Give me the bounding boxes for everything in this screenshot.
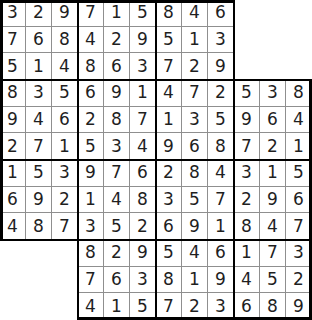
box-border-line xyxy=(0,0,234,3)
cell-r5c4[interactable]: 2 xyxy=(78,107,104,134)
cell-r2c6[interactable]: 9 xyxy=(130,27,156,54)
outside-area xyxy=(52,267,78,294)
cell-r6c9[interactable]: 8 xyxy=(208,133,234,160)
cell-r7c3[interactable]: 3 xyxy=(52,160,78,187)
cell-r11c5[interactable]: 6 xyxy=(104,267,130,294)
cell-r7c7[interactable]: 2 xyxy=(156,160,182,187)
cell-r11c7[interactable]: 8 xyxy=(156,267,182,294)
cell-r12c5[interactable]: 1 xyxy=(104,293,130,320)
cell-r7c2[interactable]: 5 xyxy=(26,160,52,187)
cell-r6c10[interactable]: 7 xyxy=(234,133,260,160)
cell-r6c8[interactable]: 6 xyxy=(182,133,208,160)
cell-r7c4[interactable]: 9 xyxy=(78,160,104,187)
outside-area xyxy=(234,53,260,80)
cell-r10c11[interactable]: 7 xyxy=(260,240,286,267)
cell-r9c11[interactable]: 4 xyxy=(260,213,286,240)
outside-area xyxy=(0,293,26,320)
cell-r4c3[interactable]: 5 xyxy=(52,80,78,107)
cell-r11c10[interactable]: 4 xyxy=(234,267,260,294)
cell-r2c1[interactable]: 7 xyxy=(0,27,26,54)
cell-r1c9[interactable]: 6 xyxy=(208,0,234,27)
cell-r6c11[interactable]: 2 xyxy=(260,133,286,160)
cell-r5c11[interactable]: 6 xyxy=(260,107,286,134)
cell-r10c10[interactable]: 1 xyxy=(234,240,260,267)
twodoku-board: 3297158467684295135148637298356914725389… xyxy=(0,0,312,320)
cell-r7c6[interactable]: 6 xyxy=(130,160,156,187)
cell-r2c5[interactable]: 2 xyxy=(104,27,130,54)
box-border-line xyxy=(77,0,79,320)
cell-r4c5[interactable]: 9 xyxy=(104,80,130,107)
cell-r6c2[interactable]: 7 xyxy=(26,133,52,160)
cell-r4c6[interactable]: 1 xyxy=(130,80,156,107)
cell-r8c7[interactable]: 3 xyxy=(156,187,182,214)
outside-area xyxy=(234,0,260,27)
cell-r6c5[interactable]: 3 xyxy=(104,133,130,160)
cell-r4c9[interactable]: 2 xyxy=(208,80,234,107)
cell-r6c3[interactable]: 1 xyxy=(52,133,78,160)
outside-area xyxy=(260,27,286,54)
cell-r2c3[interactable]: 8 xyxy=(52,27,78,54)
box-border-line xyxy=(155,0,157,320)
cell-r9c3[interactable]: 7 xyxy=(52,213,78,240)
cell-r5c9[interactable]: 5 xyxy=(208,107,234,134)
cell-r5c8[interactable]: 3 xyxy=(182,107,208,134)
cell-r3c3[interactable]: 4 xyxy=(52,53,78,80)
cell-r3c8[interactable]: 2 xyxy=(182,53,208,80)
outside-area xyxy=(286,53,312,80)
cell-r3c6[interactable]: 3 xyxy=(130,53,156,80)
cell-r11c9[interactable]: 9 xyxy=(208,267,234,294)
cell-r5c1[interactable]: 9 xyxy=(0,107,26,134)
cell-r5c6[interactable]: 7 xyxy=(130,107,156,134)
cell-r6c4[interactable]: 5 xyxy=(78,133,104,160)
cell-r3c9[interactable]: 9 xyxy=(208,53,234,80)
outside-area xyxy=(260,53,286,80)
cell-r2c4[interactable]: 4 xyxy=(78,27,104,54)
cell-r9c5[interactable]: 5 xyxy=(104,213,130,240)
cell-r1c6[interactable]: 5 xyxy=(130,0,156,27)
cell-r3c7[interactable]: 7 xyxy=(156,53,182,80)
cell-r9c1[interactable]: 4 xyxy=(0,213,26,240)
cell-r5c10[interactable]: 9 xyxy=(234,107,260,134)
box-border-line xyxy=(309,80,312,320)
cell-r5c3[interactable]: 6 xyxy=(52,107,78,134)
cell-r4c2[interactable]: 3 xyxy=(26,80,52,107)
cell-r9c10[interactable]: 8 xyxy=(234,213,260,240)
cell-r8c9[interactable]: 7 xyxy=(208,187,234,214)
outside-area xyxy=(0,267,26,294)
cell-r2c7[interactable]: 5 xyxy=(156,27,182,54)
cell-r7c5[interactable]: 7 xyxy=(104,160,130,187)
outside-area xyxy=(26,240,52,267)
cell-r12c6[interactable]: 5 xyxy=(130,293,156,320)
cell-r1c8[interactable]: 4 xyxy=(182,0,208,27)
cell-r8c4[interactable]: 1 xyxy=(78,187,104,214)
cell-r9c4[interactable]: 3 xyxy=(78,213,104,240)
cell-r3c1[interactable]: 5 xyxy=(0,53,26,80)
cell-r1c2[interactable]: 2 xyxy=(26,0,52,27)
cell-r9c8[interactable]: 9 xyxy=(182,213,208,240)
cell-r4c11[interactable]: 3 xyxy=(260,80,286,107)
cell-r10c5[interactable]: 2 xyxy=(104,240,130,267)
cell-r8c6[interactable]: 8 xyxy=(130,187,156,214)
cell-r12c10[interactable]: 6 xyxy=(234,293,260,320)
cell-r2c8[interactable]: 1 xyxy=(182,27,208,54)
cell-r12c9[interactable]: 3 xyxy=(208,293,234,320)
outside-area xyxy=(26,267,52,294)
cell-r11c4[interactable]: 7 xyxy=(78,267,104,294)
cell-r5c7[interactable]: 1 xyxy=(156,107,182,134)
cell-r12c7[interactable]: 7 xyxy=(156,293,182,320)
cell-r1c4[interactable]: 7 xyxy=(78,0,104,27)
cell-r11c8[interactable]: 1 xyxy=(182,267,208,294)
cell-r6c7[interactable]: 9 xyxy=(156,133,182,160)
cell-r3c2[interactable]: 1 xyxy=(26,53,52,80)
cell-r7c9[interactable]: 4 xyxy=(208,160,234,187)
cell-r3c4[interactable]: 8 xyxy=(78,53,104,80)
cell-r1c3[interactable]: 9 xyxy=(52,0,78,27)
outside-area xyxy=(234,27,260,54)
cell-r8c1[interactable]: 6 xyxy=(0,187,26,214)
cell-r12c4[interactable]: 4 xyxy=(78,293,104,320)
cell-r10c9[interactable]: 6 xyxy=(208,240,234,267)
cell-r8c8[interactable]: 5 xyxy=(182,187,208,214)
cell-r12c8[interactable]: 2 xyxy=(182,293,208,320)
cell-r11c6[interactable]: 3 xyxy=(130,267,156,294)
cell-r10c7[interactable]: 5 xyxy=(156,240,182,267)
cell-r8c3[interactable]: 2 xyxy=(52,187,78,214)
cell-r2c2[interactable]: 6 xyxy=(26,27,52,54)
cell-r6c1[interactable]: 2 xyxy=(0,133,26,160)
cell-r10c4[interactable]: 8 xyxy=(78,240,104,267)
cell-r12c11[interactable]: 8 xyxy=(260,293,286,320)
cell-r9c6[interactable]: 2 xyxy=(130,213,156,240)
outside-area xyxy=(260,0,286,27)
cell-r11c11[interactable]: 5 xyxy=(260,267,286,294)
cell-r7c11[interactable]: 1 xyxy=(260,160,286,187)
cell-r1c7[interactable]: 8 xyxy=(156,0,182,27)
cell-r9c2[interactable]: 8 xyxy=(26,213,52,240)
cell-r9c7[interactable]: 6 xyxy=(156,213,182,240)
cell-r10c8[interactable]: 4 xyxy=(182,240,208,267)
cell-r10c6[interactable]: 9 xyxy=(130,240,156,267)
cell-r4c10[interactable]: 5 xyxy=(234,80,260,107)
cell-r5c5[interactable]: 8 xyxy=(104,107,130,134)
outside-area xyxy=(52,293,78,320)
outside-area xyxy=(26,293,52,320)
cell-r2c9[interactable]: 3 xyxy=(208,27,234,54)
cell-r7c1[interactable]: 1 xyxy=(0,160,26,187)
cell-r8c10[interactable]: 2 xyxy=(234,187,260,214)
cell-r4c7[interactable]: 4 xyxy=(156,80,182,107)
outside-area xyxy=(0,240,26,267)
outside-area xyxy=(52,240,78,267)
cell-r3c5[interactable]: 6 xyxy=(104,53,130,80)
cell-r4c4[interactable]: 6 xyxy=(78,80,104,107)
cell-r6c6[interactable]: 4 xyxy=(130,133,156,160)
cell-r7c10[interactable]: 3 xyxy=(234,160,260,187)
cell-r4c8[interactable]: 7 xyxy=(182,80,208,107)
cell-r1c5[interactable]: 1 xyxy=(104,0,130,27)
cell-r8c2[interactable]: 9 xyxy=(26,187,52,214)
outside-area xyxy=(286,27,312,54)
outside-area xyxy=(286,0,312,27)
box-border-line xyxy=(233,0,235,320)
cell-r1c1[interactable]: 3 xyxy=(0,0,26,27)
cell-r4c1[interactable]: 8 xyxy=(0,80,26,107)
cell-r9c9[interactable]: 1 xyxy=(208,213,234,240)
cell-r8c11[interactable]: 9 xyxy=(260,187,286,214)
cell-r5c2[interactable]: 4 xyxy=(26,107,52,134)
cell-r7c8[interactable]: 8 xyxy=(182,160,208,187)
box-border-line xyxy=(0,0,3,240)
cell-r8c5[interactable]: 4 xyxy=(104,187,130,214)
